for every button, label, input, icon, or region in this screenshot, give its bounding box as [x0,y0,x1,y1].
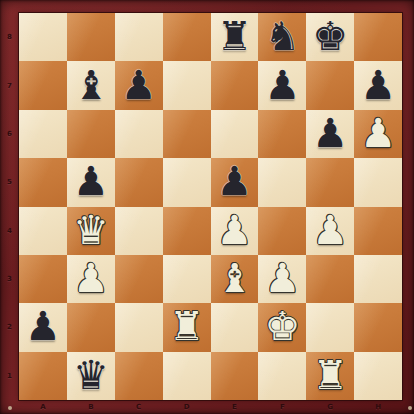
square-e7[interactable] [211,61,259,109]
square-a8[interactable] [19,13,67,61]
piece-black-king[interactable]: ♚ [312,16,348,56]
square-a7[interactable] [19,61,67,109]
piece-white-pawn[interactable]: ♟ [360,113,396,153]
square-d7[interactable] [163,61,211,109]
rank-label-8: 8 [0,13,19,61]
piece-black-pawn[interactable]: ♟ [217,161,253,201]
square-g2[interactable] [306,303,354,351]
piece-black-rook[interactable]: ♜ [217,16,253,56]
square-a4[interactable] [19,207,67,255]
piece-white-pawn[interactable]: ♟ [312,210,348,250]
square-c6[interactable] [115,110,163,158]
square-h6[interactable]: ♟ [354,110,402,158]
square-g7[interactable] [306,61,354,109]
file-label-g: G [306,400,354,414]
rank-label-7: 7 [0,61,19,109]
square-b8[interactable] [67,13,115,61]
square-h8[interactable] [354,13,402,61]
piece-white-rook[interactable]: ♜ [169,306,205,346]
square-c2[interactable] [115,303,163,351]
square-e6[interactable] [211,110,259,158]
piece-white-bishop[interactable]: ♝ [217,258,253,298]
file-label-e: E [211,400,259,414]
square-g8[interactable]: ♚ [306,13,354,61]
square-h1[interactable] [354,352,402,400]
square-g5[interactable] [306,158,354,206]
square-e4[interactable]: ♟ [211,207,259,255]
square-d3[interactable] [163,255,211,303]
square-b2[interactable] [67,303,115,351]
rank-label-5: 5 [0,158,19,206]
square-g6[interactable]: ♟ [306,110,354,158]
square-f2[interactable]: ♚ [258,303,306,351]
square-a5[interactable] [19,158,67,206]
square-b7[interactable]: ♝ [67,61,115,109]
rank-labels: 8 7 6 5 4 3 2 1 [0,13,19,400]
piece-black-knight[interactable]: ♞ [264,16,300,56]
square-f7[interactable]: ♟ [258,61,306,109]
piece-white-king[interactable]: ♚ [264,306,300,346]
piece-black-pawn[interactable]: ♟ [360,65,396,105]
piece-white-rook[interactable]: ♜ [312,355,348,395]
square-h2[interactable] [354,303,402,351]
file-label-d: D [163,400,211,414]
square-e3[interactable]: ♝ [211,255,259,303]
square-h4[interactable] [354,207,402,255]
file-label-h: H [354,400,402,414]
square-b4[interactable]: ♛ [67,207,115,255]
file-label-f: F [258,400,306,414]
rank-label-4: 4 [0,207,19,255]
piece-black-pawn[interactable]: ♟ [312,113,348,153]
square-a1[interactable] [19,352,67,400]
square-f4[interactable] [258,207,306,255]
rank-label-2: 2 [0,303,19,351]
square-c4[interactable] [115,207,163,255]
piece-black-bishop[interactable]: ♝ [73,65,109,105]
square-c1[interactable] [115,352,163,400]
square-e5[interactable]: ♟ [211,158,259,206]
rank-label-6: 6 [0,110,19,158]
square-d2[interactable]: ♜ [163,303,211,351]
piece-black-pawn[interactable]: ♟ [121,65,157,105]
square-g1[interactable]: ♜ [306,352,354,400]
square-f3[interactable]: ♟ [258,255,306,303]
square-f8[interactable]: ♞ [258,13,306,61]
rank-label-1: 1 [0,352,19,400]
square-b5[interactable]: ♟ [67,158,115,206]
square-h7[interactable]: ♟ [354,61,402,109]
file-label-c: C [115,400,163,414]
file-label-b: B [67,400,115,414]
square-e2[interactable] [211,303,259,351]
square-a6[interactable] [19,110,67,158]
border-corner-dot-left [8,406,12,410]
file-label-a: A [19,400,67,414]
square-f1[interactable] [258,352,306,400]
square-d4[interactable] [163,207,211,255]
chess-board-frame: 8 7 6 5 4 3 2 1 ♜♞♚♝♟♟♟♟♟♟♟♛♟♟♟♝♟♟♜♚♛♜ A… [0,0,414,414]
chess-board: ♜♞♚♝♟♟♟♟♟♟♟♛♟♟♟♝♟♟♜♚♛♜ [19,13,402,400]
square-b3[interactable]: ♟ [67,255,115,303]
piece-black-pawn[interactable]: ♟ [25,306,61,346]
border-corner-dot-right [408,406,412,410]
square-h3[interactable] [354,255,402,303]
square-c7[interactable]: ♟ [115,61,163,109]
square-b1[interactable]: ♛ [67,352,115,400]
square-b6[interactable] [67,110,115,158]
piece-black-queen[interactable]: ♛ [73,355,109,395]
piece-black-pawn[interactable]: ♟ [73,161,109,201]
square-e8[interactable]: ♜ [211,13,259,61]
square-a3[interactable] [19,255,67,303]
square-c8[interactable] [115,13,163,61]
square-c3[interactable] [115,255,163,303]
square-d1[interactable] [163,352,211,400]
square-d6[interactable] [163,110,211,158]
rank-label-3: 3 [0,255,19,303]
piece-black-pawn[interactable]: ♟ [264,65,300,105]
square-c5[interactable] [115,158,163,206]
square-h5[interactable] [354,158,402,206]
square-g4[interactable]: ♟ [306,207,354,255]
square-a2[interactable]: ♟ [19,303,67,351]
square-d8[interactable] [163,13,211,61]
file-labels: A B C D E F G H [19,400,402,414]
piece-white-pawn[interactable]: ♟ [217,210,253,250]
square-d5[interactable] [163,158,211,206]
piece-white-pawn[interactable]: ♟ [73,258,109,298]
square-g3[interactable] [306,255,354,303]
square-f5[interactable] [258,158,306,206]
square-e1[interactable] [211,352,259,400]
piece-white-queen[interactable]: ♛ [73,210,109,250]
piece-white-pawn[interactable]: ♟ [264,258,300,298]
square-f6[interactable] [258,110,306,158]
